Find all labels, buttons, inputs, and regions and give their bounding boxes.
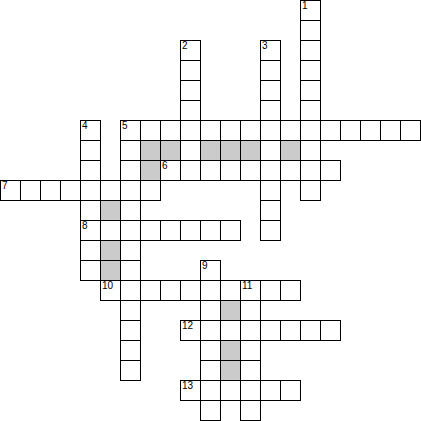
letter-cell[interactable] xyxy=(340,120,361,141)
letter-cell[interactable] xyxy=(300,80,321,101)
letter-cell[interactable] xyxy=(300,40,321,61)
letter-cell[interactable] xyxy=(280,120,301,141)
letter-cell[interactable] xyxy=(120,360,141,381)
letter-cell[interactable] xyxy=(360,120,381,141)
letter-cell[interactable] xyxy=(320,120,341,141)
letter-cell[interactable] xyxy=(260,80,281,101)
letter-cell[interactable] xyxy=(80,160,101,181)
clue-number: 9 xyxy=(202,260,208,271)
letter-cell[interactable] xyxy=(140,220,161,241)
clue-number: 10 xyxy=(102,280,113,291)
letter-cell[interactable] xyxy=(240,320,261,341)
letter-cell[interactable] xyxy=(120,340,141,361)
letter-cell[interactable] xyxy=(220,320,241,341)
letter-cell[interactable] xyxy=(120,300,141,321)
letter-cell[interactable] xyxy=(280,380,301,401)
letter-cell[interactable] xyxy=(260,200,281,221)
letter-cell[interactable] xyxy=(320,160,341,181)
letter-cell[interactable] xyxy=(20,180,41,201)
letter-cell[interactable] xyxy=(240,380,261,401)
letter-cell[interactable] xyxy=(260,120,281,141)
shaded-cell xyxy=(100,200,121,221)
letter-cell[interactable]: 6 xyxy=(160,160,181,181)
shaded-cell xyxy=(140,140,161,161)
letter-cell[interactable] xyxy=(200,160,221,181)
shaded-cell xyxy=(220,140,241,161)
shaded-cell xyxy=(100,260,121,281)
letter-cell[interactable] xyxy=(240,340,261,361)
letter-cell[interactable] xyxy=(240,120,261,141)
letter-cell[interactable] xyxy=(260,180,281,201)
shaded-cell xyxy=(100,240,121,261)
letter-cell[interactable]: 1 xyxy=(300,0,321,21)
letter-cell[interactable] xyxy=(180,160,201,181)
letter-cell[interactable] xyxy=(200,220,221,241)
clue-number: 2 xyxy=(182,40,188,51)
letter-cell[interactable]: 13 xyxy=(180,380,201,401)
letter-cell[interactable] xyxy=(180,100,201,121)
letter-cell[interactable] xyxy=(400,120,421,141)
letter-cell[interactable] xyxy=(160,280,181,301)
letter-cell[interactable]: 8 xyxy=(80,220,101,241)
letter-cell[interactable] xyxy=(120,260,141,281)
letter-cell[interactable] xyxy=(300,320,321,341)
letter-cell[interactable]: 5 xyxy=(120,120,141,141)
letter-cell[interactable]: 3 xyxy=(260,40,281,61)
letter-cell[interactable] xyxy=(160,220,181,241)
letter-cell[interactable]: 11 xyxy=(240,280,261,301)
letter-cell[interactable] xyxy=(120,180,141,201)
letter-cell[interactable] xyxy=(120,160,141,181)
clue-number: 1 xyxy=(302,0,308,11)
letter-cell[interactable] xyxy=(120,220,141,241)
letter-cell[interactable] xyxy=(260,60,281,81)
letter-cell[interactable] xyxy=(380,120,401,141)
letter-cell[interactable] xyxy=(140,120,161,141)
letter-cell[interactable] xyxy=(200,320,221,341)
letter-cell[interactable] xyxy=(200,120,221,141)
clue-number: 12 xyxy=(182,320,193,331)
letter-cell[interactable] xyxy=(80,200,101,221)
letter-cell[interactable] xyxy=(220,220,241,241)
letter-cell[interactable] xyxy=(180,220,201,241)
letter-cell[interactable] xyxy=(40,180,61,201)
letter-cell[interactable] xyxy=(240,160,261,181)
letter-cell[interactable] xyxy=(280,320,301,341)
letter-cell[interactable] xyxy=(200,280,221,301)
shaded-cell xyxy=(220,360,241,381)
shaded-cell xyxy=(160,140,181,161)
crossword-board: 12345678910111213 xyxy=(0,0,421,421)
letter-cell[interactable] xyxy=(240,400,261,421)
letter-cell[interactable] xyxy=(280,280,301,301)
letter-cell[interactable] xyxy=(260,320,281,341)
letter-cell[interactable] xyxy=(260,160,281,181)
letter-cell[interactable] xyxy=(180,60,201,81)
letter-cell[interactable] xyxy=(300,120,321,141)
shaded-cell xyxy=(240,140,261,161)
letter-cell[interactable] xyxy=(260,380,281,401)
shaded-cell xyxy=(220,340,241,361)
letter-cell[interactable] xyxy=(200,360,221,381)
letter-cell[interactable] xyxy=(120,240,141,261)
letter-cell[interactable] xyxy=(300,140,321,161)
letter-cell[interactable] xyxy=(160,120,181,141)
clue-number: 7 xyxy=(2,180,8,191)
letter-cell[interactable] xyxy=(300,160,321,181)
clue-number: 13 xyxy=(182,380,193,391)
letter-cell[interactable] xyxy=(240,360,261,381)
shaded-cell xyxy=(140,160,161,181)
letter-cell[interactable] xyxy=(120,320,141,341)
letter-cell[interactable] xyxy=(240,300,261,321)
letter-cell[interactable] xyxy=(120,140,141,161)
clue-number: 6 xyxy=(162,160,168,171)
letter-cell[interactable] xyxy=(220,380,241,401)
letter-cell[interactable] xyxy=(120,200,141,221)
letter-cell[interactable] xyxy=(300,60,321,81)
letter-cell[interactable] xyxy=(300,20,321,41)
letter-cell[interactable] xyxy=(320,320,341,341)
letter-cell[interactable]: 9 xyxy=(200,260,221,281)
letter-cell[interactable] xyxy=(300,180,321,201)
letter-cell[interactable] xyxy=(260,100,281,121)
shaded-cell xyxy=(280,140,301,161)
letter-cell[interactable] xyxy=(200,380,221,401)
letter-cell[interactable] xyxy=(80,260,101,281)
letter-cell[interactable]: 7 xyxy=(0,180,21,201)
letter-cell[interactable] xyxy=(60,180,81,201)
clue-number: 4 xyxy=(82,120,88,131)
letter-cell[interactable] xyxy=(260,280,281,301)
letter-cell[interactable] xyxy=(300,100,321,121)
letter-cell[interactable] xyxy=(200,340,221,361)
letter-cell[interactable] xyxy=(120,280,141,301)
letter-cell[interactable] xyxy=(180,80,201,101)
letter-cell[interactable] xyxy=(180,140,201,161)
letter-cell[interactable] xyxy=(260,220,281,241)
shaded-cell xyxy=(200,140,221,161)
letter-cell[interactable] xyxy=(280,160,301,181)
letter-cell[interactable] xyxy=(200,300,221,321)
shaded-cell xyxy=(220,300,241,321)
letter-cell[interactable] xyxy=(200,400,221,421)
letter-cell[interactable] xyxy=(180,120,201,141)
clue-number: 5 xyxy=(122,120,128,131)
letter-cell[interactable]: 2 xyxy=(180,40,201,61)
letter-cell[interactable] xyxy=(180,280,201,301)
letter-cell[interactable] xyxy=(220,160,241,181)
letter-cell[interactable] xyxy=(140,180,161,201)
letter-cell[interactable] xyxy=(80,180,101,201)
letter-cell[interactable] xyxy=(80,240,101,261)
letter-cell[interactable] xyxy=(220,120,241,141)
letter-cell[interactable]: 4 xyxy=(80,120,101,141)
letter-cell[interactable]: 10 xyxy=(100,280,121,301)
letter-cell[interactable] xyxy=(140,280,161,301)
clue-number: 11 xyxy=(242,280,252,291)
letter-cell[interactable] xyxy=(80,140,101,161)
letter-cell[interactable] xyxy=(100,220,121,241)
letter-cell[interactable] xyxy=(100,180,121,201)
clue-number: 8 xyxy=(82,220,88,231)
letter-cell[interactable]: 12 xyxy=(180,320,201,341)
letter-cell[interactable] xyxy=(220,280,241,301)
letter-cell[interactable] xyxy=(260,140,281,161)
clue-number: 3 xyxy=(262,40,268,51)
